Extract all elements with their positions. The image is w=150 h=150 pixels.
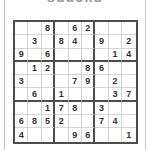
cell-r5c8[interactable]: 2 [109,75,122,88]
cell-r6c3[interactable] [42,88,55,101]
cell-r3c5[interactable] [69,49,82,62]
cell-r2c8[interactable] [109,35,122,48]
cell-r3c6[interactable] [82,49,95,62]
cell-r1c1[interactable] [15,22,28,35]
cell-r4c2[interactable]: 1 [28,62,41,75]
cell-r8c6[interactable] [82,115,95,128]
cell-r1c8[interactable] [109,22,122,35]
cell-r3c7[interactable] [95,49,108,62]
cell-r2c9[interactable]: 2 [122,35,135,48]
cell-r4c6[interactable]: 8 [82,62,95,75]
cell-r5c7[interactable] [95,75,108,88]
cell-r6c6[interactable] [82,88,95,101]
cell-r4c5[interactable] [69,62,82,75]
cell-r7c8[interactable] [109,102,122,115]
cell-r8c9[interactable] [122,115,135,128]
cell-r7c2[interactable] [28,102,41,115]
logo-text: sudoku [0,0,150,4]
cell-r8c8[interactable]: 4 [109,115,122,128]
cell-r2c7[interactable]: 9 [95,35,108,48]
cell-r9c6[interactable]: 6 [82,128,95,141]
cell-r4c1[interactable] [15,62,28,75]
cell-r9c4[interactable] [55,128,68,141]
cell-r2c5[interactable]: 4 [69,35,82,48]
cell-r7c4[interactable]: 7 [55,102,68,115]
cell-r6c4[interactable]: 1 [55,88,68,101]
cell-r7c6[interactable] [82,102,95,115]
sudoku-board: 86238492961412863792613717836852744961 [13,20,138,144]
cell-r6c2[interactable]: 6 [28,88,41,101]
cell-r8c1[interactable]: 6 [15,115,28,128]
cell-r4c4[interactable] [55,62,68,75]
cell-r2c1[interactable] [15,35,28,48]
cell-r1c4[interactable] [55,22,68,35]
cell-r5c9[interactable] [122,75,135,88]
cell-r1c5[interactable]: 6 [69,22,82,35]
cell-r9c7[interactable] [95,128,108,141]
cell-r6c1[interactable] [15,88,28,101]
cell-r8c7[interactable]: 7 [95,115,108,128]
cell-r3c4[interactable] [55,49,68,62]
cell-r2c6[interactable] [82,35,95,48]
cell-r1c3[interactable]: 8 [42,22,55,35]
cell-r4c7[interactable]: 6 [95,62,108,75]
cell-r9c2[interactable] [28,128,41,141]
cell-r1c9[interactable] [122,22,135,35]
cell-r9c9[interactable]: 1 [122,128,135,141]
cell-r3c1[interactable]: 9 [15,49,28,62]
cell-r6c9[interactable]: 7 [122,88,135,101]
cell-r1c6[interactable]: 2 [82,22,95,35]
cell-r8c5[interactable] [69,115,82,128]
cell-r6c7[interactable] [95,88,108,101]
cell-r5c6[interactable]: 9 [82,75,95,88]
cell-r5c1[interactable]: 3 [15,75,28,88]
cell-r5c4[interactable] [55,75,68,88]
cell-r8c3[interactable]: 5 [42,115,55,128]
cell-r3c2[interactable] [28,49,41,62]
cell-r5c5[interactable]: 7 [69,75,82,88]
cell-r1c2[interactable] [28,22,41,35]
cell-r5c2[interactable] [28,75,41,88]
cell-r3c8[interactable]: 1 [109,49,122,62]
cell-r3c3[interactable]: 6 [42,49,55,62]
cell-r3c9[interactable]: 4 [122,49,135,62]
cell-r7c3[interactable]: 1 [42,102,55,115]
cell-r4c8[interactable] [109,62,122,75]
cell-r1c7[interactable] [95,22,108,35]
cell-r9c5[interactable]: 9 [69,128,82,141]
cell-r7c7[interactable]: 3 [95,102,108,115]
cell-r8c4[interactable]: 2 [55,115,68,128]
cell-r9c1[interactable]: 4 [15,128,28,141]
cell-r7c9[interactable] [122,102,135,115]
cell-r2c2[interactable]: 3 [28,35,41,48]
cell-r2c3[interactable] [42,35,55,48]
cell-r4c3[interactable]: 2 [42,62,55,75]
cell-r6c5[interactable] [69,88,82,101]
cell-r9c3[interactable] [42,128,55,141]
cell-r6c8[interactable]: 3 [109,88,122,101]
cell-r4c9[interactable] [122,62,135,75]
cell-r8c2[interactable]: 8 [28,115,41,128]
cell-r7c1[interactable] [15,102,28,115]
cell-r5c3[interactable] [42,75,55,88]
cell-r9c8[interactable] [109,128,122,141]
cell-r2c4[interactable]: 8 [55,35,68,48]
cell-r7c5[interactable]: 8 [69,102,82,115]
